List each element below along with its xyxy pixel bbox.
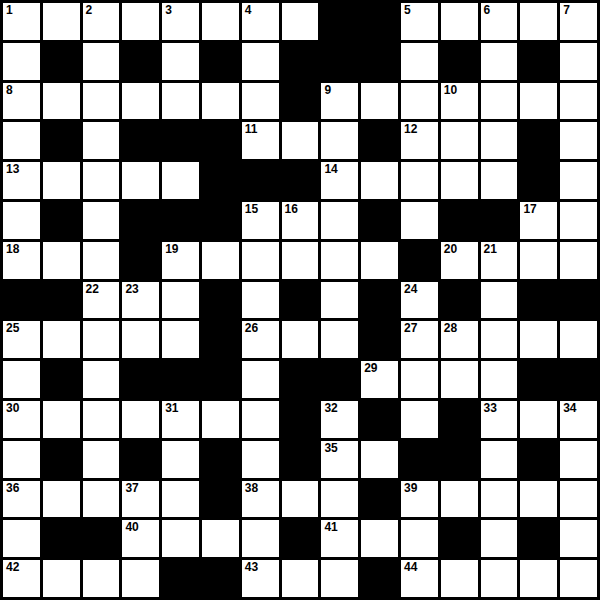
cell-r14c11[interactable] [441, 560, 478, 597]
cell-r2c11[interactable]: 10 [441, 83, 478, 120]
block-cell-r1c8 [321, 43, 358, 80]
cell-r10c1[interactable] [43, 401, 80, 438]
clue-number-12: 12 [404, 122, 417, 136]
block-cell-r3c4 [162, 122, 199, 159]
clue-number-44: 44 [404, 560, 417, 574]
block-cell-r13c11 [441, 520, 478, 557]
clue-number-43: 43 [245, 560, 258, 574]
cell-r2c4[interactable] [162, 83, 199, 120]
block-cell-r6c3 [122, 242, 159, 279]
cell-r14c13[interactable] [520, 560, 557, 597]
cell-r1c12[interactable] [481, 43, 518, 80]
clue-number-27: 27 [404, 321, 417, 335]
cell-r4c8[interactable]: 14 [321, 162, 358, 199]
cell-r8c2[interactable] [83, 321, 120, 358]
block-cell-r1c1 [43, 43, 80, 80]
crossword-grid: 1234567891011121314151617181920212223242… [0, 0, 600, 600]
cell-r0c6[interactable]: 4 [242, 3, 279, 40]
clue-number-2: 2 [86, 3, 93, 17]
cell-r10c2[interactable] [83, 401, 120, 438]
clue-number-13: 13 [6, 162, 19, 176]
block-cell-r13c13 [520, 520, 557, 557]
cell-r9c12[interactable] [481, 361, 518, 398]
block-cell-r7c9 [361, 282, 398, 319]
block-cell-r8c9 [361, 321, 398, 358]
cell-r2c5[interactable] [202, 83, 239, 120]
block-cell-r4c13 [520, 162, 557, 199]
cell-r1c10[interactable] [401, 43, 438, 80]
cell-r7c4[interactable] [162, 282, 199, 319]
clue-number-4: 4 [245, 3, 252, 17]
cell-r4c14[interactable] [560, 162, 597, 199]
cell-r14c6[interactable]: 43 [242, 560, 279, 597]
cell-r6c2[interactable] [83, 242, 120, 279]
block-cell-r6c10 [401, 242, 438, 279]
cell-r2c9[interactable] [361, 83, 398, 120]
cell-r10c3[interactable] [122, 401, 159, 438]
block-cell-r1c5 [202, 43, 239, 80]
block-cell-r10c9 [361, 401, 398, 438]
clue-number-1: 1 [6, 3, 13, 17]
cell-r12c10[interactable]: 39 [401, 481, 438, 518]
cell-r8c7[interactable] [282, 321, 319, 358]
cell-r4c10[interactable] [401, 162, 438, 199]
block-cell-r11c13 [520, 441, 557, 478]
block-cell-r9c14 [560, 361, 597, 398]
block-cell-r0c8 [321, 3, 358, 40]
block-cell-r7c14 [560, 282, 597, 319]
cell-r14c0[interactable]: 42 [3, 560, 40, 597]
cell-r3c14[interactable] [560, 122, 597, 159]
block-cell-r13c1 [43, 520, 80, 557]
cell-r11c8[interactable]: 35 [321, 441, 358, 478]
cell-r9c9[interactable]: 29 [361, 361, 398, 398]
block-cell-r1c11 [441, 43, 478, 80]
cell-r5c6[interactable]: 15 [242, 202, 279, 239]
clue-number-23: 23 [125, 282, 138, 296]
cell-r4c1[interactable] [43, 162, 80, 199]
cell-r2c6[interactable] [242, 83, 279, 120]
cell-r0c3[interactable] [122, 3, 159, 40]
clue-number-34: 34 [563, 401, 576, 415]
cell-r2c2[interactable] [83, 83, 120, 120]
block-cell-r11c11 [441, 441, 478, 478]
block-cell-r7c13 [520, 282, 557, 319]
cell-r5c2[interactable] [83, 202, 120, 239]
clue-number-31: 31 [165, 401, 178, 415]
cell-r6c4[interactable]: 19 [162, 242, 199, 279]
cell-r8c14[interactable] [560, 321, 597, 358]
cell-r2c10[interactable] [401, 83, 438, 120]
clue-number-29: 29 [364, 361, 377, 375]
cell-r10c8[interactable]: 32 [321, 401, 358, 438]
block-cell-r5c12 [481, 202, 518, 239]
cell-r13c14[interactable] [560, 520, 597, 557]
cell-r10c10[interactable] [401, 401, 438, 438]
block-cell-r5c9 [361, 202, 398, 239]
block-cell-r11c7 [282, 441, 319, 478]
cell-r2c13[interactable] [520, 83, 557, 120]
cell-r12c7[interactable] [282, 481, 319, 518]
block-cell-r10c7 [282, 401, 319, 438]
cell-r13c10[interactable] [401, 520, 438, 557]
cell-r3c12[interactable] [481, 122, 518, 159]
cell-r6c9[interactable] [361, 242, 398, 279]
cell-r0c11[interactable] [441, 3, 478, 40]
clue-number-25: 25 [6, 321, 19, 335]
cell-r6c14[interactable] [560, 242, 597, 279]
clue-number-8: 8 [6, 83, 13, 97]
cell-r1c14[interactable] [560, 43, 597, 80]
cell-r13c9[interactable] [361, 520, 398, 557]
cell-r7c6[interactable] [242, 282, 279, 319]
block-cell-r11c1 [43, 441, 80, 478]
block-cell-r7c5 [202, 282, 239, 319]
cell-r6c13[interactable] [520, 242, 557, 279]
cell-r8c10[interactable]: 27 [401, 321, 438, 358]
cell-r11c6[interactable] [242, 441, 279, 478]
cell-r0c7[interactable] [282, 3, 319, 40]
cell-r13c6[interactable] [242, 520, 279, 557]
cell-r4c4[interactable] [162, 162, 199, 199]
cell-r4c2[interactable] [83, 162, 120, 199]
block-cell-r3c3 [122, 122, 159, 159]
cell-r0c0[interactable]: 1 [3, 3, 40, 40]
block-cell-r13c2 [83, 520, 120, 557]
block-cell-r0c9 [361, 3, 398, 40]
clue-number-38: 38 [245, 481, 258, 495]
block-cell-r1c7 [282, 43, 319, 80]
cell-r5c13[interactable]: 17 [520, 202, 557, 239]
cell-r8c11[interactable]: 28 [441, 321, 478, 358]
block-cell-r7c0 [3, 282, 40, 319]
cell-r9c0[interactable] [3, 361, 40, 398]
clue-number-21: 21 [484, 242, 497, 256]
block-cell-r7c7 [282, 282, 319, 319]
cell-r14c3[interactable] [122, 560, 159, 597]
clue-number-24: 24 [404, 282, 417, 296]
cell-r13c5[interactable] [202, 520, 239, 557]
cell-r0c1[interactable] [43, 3, 80, 40]
block-cell-r1c3 [122, 43, 159, 80]
cell-r0c4[interactable]: 3 [162, 3, 199, 40]
cell-r3c11[interactable] [441, 122, 478, 159]
cell-r4c3[interactable] [122, 162, 159, 199]
block-cell-r9c1 [43, 361, 80, 398]
block-cell-r2c7 [282, 83, 319, 120]
cell-r7c10[interactable]: 24 [401, 282, 438, 319]
cell-r11c4[interactable] [162, 441, 199, 478]
block-cell-r10c11 [441, 401, 478, 438]
cell-r11c12[interactable] [481, 441, 518, 478]
block-cell-r7c1 [43, 282, 80, 319]
block-cell-r3c1 [43, 122, 80, 159]
cell-r6c5[interactable] [202, 242, 239, 279]
cell-r6c11[interactable]: 20 [441, 242, 478, 279]
cell-r14c1[interactable] [43, 560, 80, 597]
clue-number-15: 15 [245, 202, 258, 216]
clue-number-40: 40 [125, 520, 138, 534]
block-cell-r5c11 [441, 202, 478, 239]
cell-r0c14[interactable]: 7 [560, 3, 597, 40]
clue-number-42: 42 [6, 560, 19, 574]
cell-r5c0[interactable] [3, 202, 40, 239]
cell-r12c1[interactable] [43, 481, 80, 518]
block-cell-r9c8 [321, 361, 358, 398]
clue-number-41: 41 [324, 520, 337, 534]
block-cell-r1c9 [361, 43, 398, 80]
block-cell-r4c5 [202, 162, 239, 199]
cell-r8c12[interactable] [481, 321, 518, 358]
block-cell-r12c5 [202, 481, 239, 518]
cell-r9c10[interactable] [401, 361, 438, 398]
cell-r6c0[interactable]: 18 [3, 242, 40, 279]
block-cell-r9c7 [282, 361, 319, 398]
block-cell-r9c4 [162, 361, 199, 398]
cell-r7c2[interactable]: 22 [83, 282, 120, 319]
cell-r14c10[interactable]: 44 [401, 560, 438, 597]
clue-number-32: 32 [324, 401, 337, 415]
cell-r2c12[interactable] [481, 83, 518, 120]
cell-r2c1[interactable] [43, 83, 80, 120]
block-cell-r3c5 [202, 122, 239, 159]
clue-number-3: 3 [165, 3, 172, 17]
cell-r12c8[interactable] [321, 481, 358, 518]
cell-r3c10[interactable]: 12 [401, 122, 438, 159]
cell-r11c9[interactable] [361, 441, 398, 478]
cell-r4c11[interactable] [441, 162, 478, 199]
cell-r1c6[interactable] [242, 43, 279, 80]
cell-r1c4[interactable] [162, 43, 199, 80]
clue-number-22: 22 [86, 282, 99, 296]
cell-r10c14[interactable]: 34 [560, 401, 597, 438]
cell-r9c6[interactable] [242, 361, 279, 398]
cell-r9c11[interactable] [441, 361, 478, 398]
cell-r0c13[interactable] [520, 3, 557, 40]
cell-r13c3[interactable]: 40 [122, 520, 159, 557]
cell-r6c6[interactable] [242, 242, 279, 279]
clue-number-7: 7 [563, 3, 570, 17]
cell-r0c2[interactable]: 2 [83, 3, 120, 40]
clue-number-36: 36 [6, 481, 19, 495]
clue-number-28: 28 [444, 321, 457, 335]
cell-r12c2[interactable] [83, 481, 120, 518]
cell-r13c4[interactable] [162, 520, 199, 557]
cell-r1c2[interactable] [83, 43, 120, 80]
cell-r1c0[interactable] [3, 43, 40, 80]
clue-number-30: 30 [6, 401, 19, 415]
cell-r12c12[interactable] [481, 481, 518, 518]
block-cell-r11c5 [202, 441, 239, 478]
cell-r4c0[interactable]: 13 [3, 162, 40, 199]
cell-r2c3[interactable] [122, 83, 159, 120]
cell-r11c0[interactable] [3, 441, 40, 478]
clue-number-6: 6 [484, 3, 491, 17]
clue-number-33: 33 [484, 401, 497, 415]
cell-r10c4[interactable]: 31 [162, 401, 199, 438]
clue-number-18: 18 [6, 242, 19, 256]
clue-number-39: 39 [404, 481, 417, 495]
cell-r7c8[interactable] [321, 282, 358, 319]
block-cell-r13c7 [282, 520, 319, 557]
cell-r3c7[interactable] [282, 122, 319, 159]
cell-r10c6[interactable] [242, 401, 279, 438]
cell-r0c12[interactable]: 6 [481, 3, 518, 40]
cell-r0c5[interactable] [202, 3, 239, 40]
cell-r13c8[interactable]: 41 [321, 520, 358, 557]
cell-r8c8[interactable] [321, 321, 358, 358]
cell-r4c9[interactable] [361, 162, 398, 199]
cell-r8c1[interactable] [43, 321, 80, 358]
cell-r7c12[interactable] [481, 282, 518, 319]
block-cell-r11c3 [122, 441, 159, 478]
cell-r10c5[interactable] [202, 401, 239, 438]
block-cell-r9c3 [122, 361, 159, 398]
clue-number-17: 17 [523, 202, 536, 216]
cell-r14c14[interactable] [560, 560, 597, 597]
clue-number-11: 11 [245, 122, 258, 136]
cell-r10c0[interactable]: 30 [3, 401, 40, 438]
clue-number-5: 5 [404, 3, 411, 17]
cell-r9c2[interactable] [83, 361, 120, 398]
cell-r12c13[interactable] [520, 481, 557, 518]
cell-r6c12[interactable]: 21 [481, 242, 518, 279]
cell-r7c3[interactable]: 23 [122, 282, 159, 319]
block-cell-r4c7 [282, 162, 319, 199]
block-cell-r1c13 [520, 43, 557, 80]
cell-r12c3[interactable]: 37 [122, 481, 159, 518]
block-cell-r14c5 [202, 560, 239, 597]
cell-r10c12[interactable]: 33 [481, 401, 518, 438]
cell-r12c0[interactable]: 36 [3, 481, 40, 518]
cell-r3c6[interactable]: 11 [242, 122, 279, 159]
cell-r5c14[interactable] [560, 202, 597, 239]
clue-number-14: 14 [324, 162, 337, 176]
block-cell-r14c4 [162, 560, 199, 597]
clue-number-9: 9 [324, 83, 331, 97]
block-cell-r5c3 [122, 202, 159, 239]
block-cell-r7c11 [441, 282, 478, 319]
block-cell-r3c13 [520, 122, 557, 159]
cell-r3c8[interactable] [321, 122, 358, 159]
cell-r12c14[interactable] [560, 481, 597, 518]
cell-r5c8[interactable] [321, 202, 358, 239]
clue-number-26: 26 [245, 321, 258, 335]
block-cell-r9c5 [202, 361, 239, 398]
cell-r14c12[interactable] [481, 560, 518, 597]
cell-r13c12[interactable] [481, 520, 518, 557]
cell-r12c4[interactable] [162, 481, 199, 518]
cell-r10c13[interactable] [520, 401, 557, 438]
cell-r4c12[interactable] [481, 162, 518, 199]
block-cell-r4c6 [242, 162, 279, 199]
cell-r13c0[interactable] [3, 520, 40, 557]
block-cell-r5c5 [202, 202, 239, 239]
cell-r8c0[interactable]: 25 [3, 321, 40, 358]
block-cell-r5c1 [43, 202, 80, 239]
cell-r6c1[interactable] [43, 242, 80, 279]
cell-r5c7[interactable]: 16 [282, 202, 319, 239]
cell-r2c14[interactable] [560, 83, 597, 120]
block-cell-r14c9 [361, 560, 398, 597]
cell-r2c0[interactable]: 8 [3, 83, 40, 120]
cell-r2c8[interactable]: 9 [321, 83, 358, 120]
cell-r8c4[interactable] [162, 321, 199, 358]
block-cell-r11c10 [401, 441, 438, 478]
block-cell-r9c13 [520, 361, 557, 398]
clue-number-16: 16 [285, 202, 298, 216]
block-cell-r3c9 [361, 122, 398, 159]
clue-number-20: 20 [444, 242, 457, 256]
cell-r12c6[interactable]: 38 [242, 481, 279, 518]
cell-r6c7[interactable] [282, 242, 319, 279]
cell-r3c2[interactable] [83, 122, 120, 159]
cell-r3c0[interactable] [3, 122, 40, 159]
cell-r14c7[interactable] [282, 560, 319, 597]
cell-r5c10[interactable] [401, 202, 438, 239]
cell-r6c8[interactable] [321, 242, 358, 279]
cell-r0c10[interactable]: 5 [401, 3, 438, 40]
cell-r11c2[interactable] [83, 441, 120, 478]
clue-number-35: 35 [324, 441, 337, 455]
cell-r14c2[interactable] [83, 560, 120, 597]
block-cell-r5c4 [162, 202, 199, 239]
cell-r8c3[interactable] [122, 321, 159, 358]
cell-r8c6[interactable]: 26 [242, 321, 279, 358]
clue-number-10: 10 [444, 83, 457, 97]
cell-r14c8[interactable] [321, 560, 358, 597]
clue-number-19: 19 [165, 242, 178, 256]
block-cell-r12c9 [361, 481, 398, 518]
clue-number-37: 37 [125, 481, 138, 495]
cell-r12c11[interactable] [441, 481, 478, 518]
cell-r8c13[interactable] [520, 321, 557, 358]
cell-r11c14[interactable] [560, 441, 597, 478]
block-cell-r8c5 [202, 321, 239, 358]
